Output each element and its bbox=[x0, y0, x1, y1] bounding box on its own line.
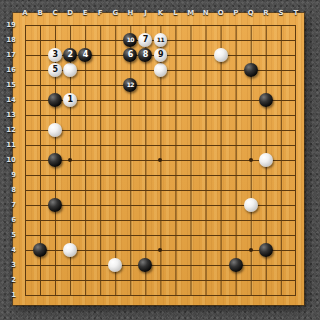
move-3-stone-white-C17: 3 bbox=[48, 48, 62, 62]
row-label-3: 3 bbox=[0, 261, 16, 270]
row-label-1: 1 bbox=[0, 291, 16, 300]
col-label-K: K bbox=[158, 9, 163, 17]
stone-black-Q16 bbox=[244, 63, 258, 77]
row-label-17: 17 bbox=[0, 51, 16, 60]
col-label-L: L bbox=[173, 9, 177, 17]
move-number-label: 8 bbox=[143, 51, 148, 59]
move-10-stone-black-H18: 10 bbox=[123, 33, 137, 47]
stone-black-C7 bbox=[48, 198, 62, 212]
row-label-16: 16 bbox=[0, 66, 16, 75]
stone-black-B4 bbox=[33, 243, 47, 257]
move-number-label: 11 bbox=[157, 37, 164, 43]
move-6-stone-black-H17: 6 bbox=[123, 48, 137, 62]
stone-black-J3 bbox=[138, 258, 152, 272]
row-label-14: 14 bbox=[0, 96, 16, 105]
col-label-F: F bbox=[98, 9, 103, 17]
move-number-label: 5 bbox=[53, 66, 58, 74]
col-label-Q: Q bbox=[248, 9, 254, 17]
row-label-9: 9 bbox=[0, 171, 16, 180]
col-label-P: P bbox=[233, 9, 238, 17]
stone-white-Q7 bbox=[244, 198, 258, 212]
col-label-J: J bbox=[144, 9, 147, 17]
star-point-Q10 bbox=[249, 158, 253, 162]
col-label-D: D bbox=[67, 9, 73, 17]
col-label-C: C bbox=[53, 9, 58, 17]
col-label-G: G bbox=[112, 9, 118, 17]
row-label-7: 7 bbox=[0, 201, 16, 210]
row-label-15: 15 bbox=[0, 81, 16, 90]
go-diagram: 123456789101112 ABCDEFGHJKLMNOPQRST19181… bbox=[0, 0, 320, 320]
stone-white-D4 bbox=[63, 243, 77, 257]
stone-black-P3 bbox=[229, 258, 243, 272]
row-label-4: 4 bbox=[0, 246, 16, 255]
stone-white-C12 bbox=[48, 123, 62, 137]
row-label-8: 8 bbox=[0, 186, 16, 195]
move-number-label: 2 bbox=[68, 51, 73, 59]
stone-white-R10 bbox=[259, 153, 273, 167]
row-label-2: 2 bbox=[0, 276, 16, 285]
row-label-19: 19 bbox=[0, 21, 16, 30]
go-board[interactable]: 123456789101112 bbox=[13, 13, 304, 305]
row-label-12: 12 bbox=[0, 126, 16, 135]
col-label-H: H bbox=[127, 9, 133, 17]
row-label-13: 13 bbox=[0, 111, 16, 120]
row-label-18: 18 bbox=[0, 36, 16, 45]
move-8-stone-black-J17: 8 bbox=[138, 48, 152, 62]
move-number-label: 9 bbox=[158, 51, 163, 59]
stone-white-O17 bbox=[214, 48, 228, 62]
move-number-label: 3 bbox=[53, 51, 58, 59]
row-label-5: 5 bbox=[0, 231, 16, 240]
col-label-T: T bbox=[294, 9, 299, 17]
move-12-stone-black-H15: 12 bbox=[123, 78, 137, 92]
stone-black-C14 bbox=[48, 93, 62, 107]
col-label-R: R bbox=[263, 9, 268, 17]
row-label-11: 11 bbox=[0, 141, 16, 150]
stone-black-C10 bbox=[48, 153, 62, 167]
move-1-stone-white-D14: 1 bbox=[63, 93, 77, 107]
move-number-label: 12 bbox=[127, 82, 134, 88]
stone-white-D16 bbox=[63, 63, 77, 77]
stone-black-R14 bbox=[259, 93, 273, 107]
move-number-label: 10 bbox=[127, 37, 134, 43]
move-number-label: 1 bbox=[68, 96, 73, 104]
stone-white-G3 bbox=[108, 258, 122, 272]
move-number-label: 7 bbox=[143, 36, 148, 44]
col-label-B: B bbox=[37, 9, 42, 17]
move-7-stone-white-J18: 7 bbox=[138, 33, 152, 47]
col-label-E: E bbox=[83, 9, 88, 17]
col-label-A: A bbox=[22, 9, 27, 17]
row-label-6: 6 bbox=[0, 216, 16, 225]
star-point-Q4 bbox=[249, 248, 253, 252]
move-5-stone-white-C16: 5 bbox=[48, 63, 62, 77]
move-4-stone-black-E17: 4 bbox=[78, 48, 92, 62]
move-9-stone-white-K17: 9 bbox=[154, 48, 168, 62]
col-label-S: S bbox=[278, 9, 283, 17]
stone-black-R4 bbox=[259, 243, 273, 257]
col-label-M: M bbox=[187, 9, 194, 17]
move-number-label: 6 bbox=[128, 51, 133, 59]
move-number-label: 4 bbox=[83, 51, 88, 59]
move-2-stone-black-D17: 2 bbox=[63, 48, 77, 62]
row-label-10: 10 bbox=[0, 156, 16, 165]
col-label-N: N bbox=[203, 9, 209, 17]
col-label-O: O bbox=[218, 9, 224, 17]
stone-white-K16 bbox=[154, 63, 168, 77]
move-11-stone-white-K18: 11 bbox=[154, 33, 168, 47]
